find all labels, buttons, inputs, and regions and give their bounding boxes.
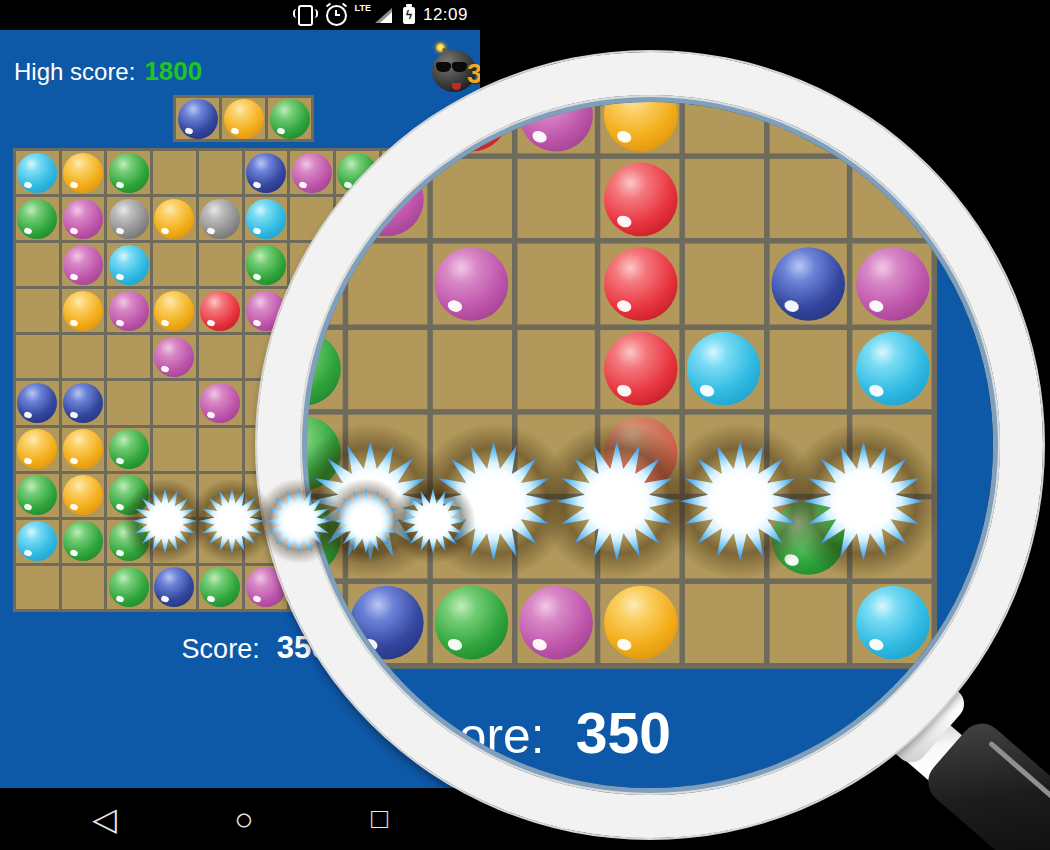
cell-r4c8 — [685, 102, 764, 154]
red-ball — [603, 247, 677, 321]
magenta-ball — [435, 247, 509, 321]
blue-ball — [178, 99, 218, 139]
gray-ball — [200, 199, 240, 239]
cell-r8c9 — [769, 414, 848, 493]
cell-r7c5[interactable] — [199, 428, 242, 471]
cyan-ball — [855, 332, 929, 406]
cell-r6c8 — [685, 244, 764, 323]
cell-r9c4[interactable] — [153, 520, 196, 563]
cell-r5c1[interactable] — [16, 335, 59, 378]
cell-r2c4[interactable] — [153, 197, 196, 240]
cell-r10c7 — [601, 584, 680, 663]
green-ball — [109, 475, 149, 515]
cell-r5c6 — [517, 160, 596, 239]
signal-triangle-icon — [375, 8, 392, 23]
cell-r2c6[interactable] — [245, 197, 288, 240]
cell-r1c9[interactable] — [382, 151, 425, 194]
back-button[interactable]: ◁ — [92, 803, 117, 835]
green-ball — [109, 567, 149, 607]
score-value: 350 — [576, 702, 671, 768]
cell-r8c10 — [853, 414, 932, 493]
cell-r5c4[interactable] — [153, 335, 196, 378]
blue-ball — [17, 383, 57, 423]
cell-r10c5 — [432, 584, 511, 663]
cell-r2c3[interactable] — [107, 197, 150, 240]
cyan-ball — [109, 245, 149, 285]
vibrate-icon — [298, 5, 313, 26]
bomb-sunglasses-icon — [436, 62, 451, 72]
magenta-ball — [292, 153, 332, 193]
cell-r7c8 — [685, 329, 764, 408]
magenta-ball — [855, 247, 929, 321]
cell-r3c7[interactable] — [290, 243, 333, 286]
cell-r3c4[interactable] — [153, 243, 196, 286]
magnifier-view: LTE ϟ 12:09 High score: 1800 3 Score: 35… — [307, 102, 993, 788]
recents-button[interactable]: □ — [371, 805, 388, 833]
cell-r8c6[interactable] — [245, 474, 288, 517]
cell-r10c5[interactable] — [199, 566, 242, 609]
cell-r8c5[interactable] — [199, 474, 242, 517]
cell-r5c10 — [853, 160, 932, 239]
cell-r9c6 — [517, 499, 596, 578]
screenshot-stage: LTE ϟ 12:09 High score: 1800 3 Score: 35… — [0, 0, 1050, 850]
cell-r3c5[interactable] — [199, 243, 242, 286]
green-ball — [109, 521, 149, 561]
green-ball — [307, 417, 340, 491]
home-button[interactable]: ○ — [234, 803, 253, 835]
green-ball — [63, 521, 103, 561]
green-ball — [17, 199, 57, 239]
cell-r7c1[interactable] — [16, 428, 59, 471]
cell-r8c2[interactable] — [62, 474, 105, 517]
yellow-ball — [63, 475, 103, 515]
red-ball — [200, 291, 240, 331]
yellow-ball — [17, 429, 57, 469]
preview-cell — [222, 98, 265, 139]
cell-r4c7[interactable] — [290, 289, 333, 332]
cell-r10c2[interactable] — [62, 566, 105, 609]
cell-r9c8 — [685, 499, 764, 578]
cell-r7c6[interactable] — [245, 428, 288, 471]
lte-label: LTE — [355, 3, 371, 13]
cell-r1c8[interactable] — [336, 151, 379, 194]
cell-r10c7[interactable] — [290, 566, 333, 609]
cell-r10c6 — [517, 584, 596, 663]
cell-r10c1[interactable] — [16, 566, 59, 609]
green-ball — [17, 475, 57, 515]
cell-r3c2[interactable] — [62, 243, 105, 286]
battery-bolt-icon: ϟ — [403, 7, 415, 24]
cell-r5c5[interactable] — [199, 335, 242, 378]
yellow-ball — [603, 102, 677, 151]
preview-cell — [268, 98, 311, 139]
cell-r7c10 — [853, 329, 932, 408]
cell-r9c6[interactable] — [245, 520, 288, 563]
cell-r10c3[interactable] — [107, 566, 150, 609]
cell-r6c1[interactable] — [16, 381, 59, 424]
cell-r3c6[interactable] — [245, 243, 288, 286]
cell-r8c7 — [601, 414, 680, 493]
green-ball — [337, 153, 377, 193]
clock-label: 12:09 — [423, 5, 468, 25]
yellow-ball — [63, 291, 103, 331]
green-ball — [246, 245, 286, 285]
cell-r4c6 — [517, 102, 596, 154]
yellow-ball — [154, 199, 194, 239]
magenta-ball — [63, 245, 103, 285]
cell-r6c2[interactable] — [62, 381, 105, 424]
green-ball — [771, 502, 845, 576]
gray-ball — [109, 199, 149, 239]
cell-r4c9 — [769, 102, 848, 154]
red-ball — [603, 162, 677, 236]
magenta-ball — [109, 291, 149, 331]
yellow-ball — [603, 587, 677, 661]
cell-r8c3[interactable] — [107, 474, 150, 517]
cell-r1c1[interactable] — [16, 151, 59, 194]
cell-r4c4[interactable] — [153, 289, 196, 332]
cyan-ball — [246, 199, 286, 239]
cell-r1c7[interactable] — [290, 151, 333, 194]
cell-r8c4[interactable] — [153, 474, 196, 517]
cell-r5c7 — [601, 160, 680, 239]
cell-r8c4 — [348, 414, 427, 493]
cell-r1c3[interactable] — [107, 151, 150, 194]
cell-r7c7 — [601, 329, 680, 408]
cell-r8c3 — [307, 414, 343, 493]
cell-r5c9 — [769, 160, 848, 239]
cell-r3c1[interactable] — [16, 243, 59, 286]
cell-r4c6[interactable] — [245, 289, 288, 332]
cell-r9c2[interactable] — [62, 520, 105, 563]
high-score-label: High score: — [14, 58, 135, 86]
cell-r9c1[interactable] — [16, 520, 59, 563]
score-value: 350 — [277, 630, 329, 666]
cell-r7c4 — [348, 329, 427, 408]
android-nav-bar: ◁ ○ □ — [0, 788, 480, 850]
cyan-ball — [17, 153, 57, 193]
bomb-count-badge: 3 — [467, 59, 480, 90]
battery-charging-icon: ϟ — [403, 7, 415, 24]
cell-r6c10 — [853, 244, 932, 323]
cell-r5c2[interactable] — [62, 335, 105, 378]
cell-r10c6[interactable] — [245, 566, 288, 609]
status-bar: LTE ϟ 12:09 — [0, 0, 480, 30]
cell-r5c5 — [432, 160, 511, 239]
bomb-powerup-button[interactable]: 3 — [430, 42, 480, 92]
green-ball — [270, 99, 310, 139]
yellow-ball — [292, 567, 332, 607]
score-label: Score: — [182, 634, 260, 665]
magenta-ball — [63, 199, 103, 239]
cell-r9c9 — [769, 499, 848, 578]
cell-r6c6[interactable] — [245, 381, 288, 424]
cell-r1c2[interactable] — [62, 151, 105, 194]
blue-ball — [63, 383, 103, 423]
cell-r8c5 — [432, 414, 511, 493]
magnifier-handle-bump — [923, 655, 959, 691]
cell-r6c4[interactable] — [153, 381, 196, 424]
cell-r9c10 — [853, 499, 932, 578]
cell-r5c3[interactable] — [107, 335, 150, 378]
cell-r5c6[interactable] — [245, 335, 288, 378]
cell-r4c10 — [853, 102, 932, 154]
next-balls-preview — [173, 95, 314, 142]
cell-r1c4[interactable] — [153, 151, 196, 194]
cell-r1c5[interactable] — [199, 151, 242, 194]
cell-r4c1[interactable] — [16, 289, 59, 332]
cell-r1c6[interactable] — [245, 151, 288, 194]
cell-r9c5[interactable] — [199, 520, 242, 563]
cell-r10c10 — [853, 584, 932, 663]
yellow-ball — [224, 99, 264, 139]
high-score: High score: 1800 — [14, 56, 202, 87]
yellow-ball — [63, 153, 103, 193]
green-ball — [200, 567, 240, 607]
magenta-ball — [246, 567, 286, 607]
cell-r9c5 — [432, 499, 511, 578]
cell-r6c3[interactable] — [107, 381, 150, 424]
cell-r2c8[interactable] — [336, 197, 379, 240]
blue-ball — [246, 153, 286, 193]
green-ball — [109, 153, 149, 193]
cell-r6c9 — [769, 244, 848, 323]
cell-r4c5[interactable] — [199, 289, 242, 332]
cell-r6c6 — [517, 244, 596, 323]
cell-r7c3[interactable] — [107, 428, 150, 471]
cell-r6c5[interactable] — [199, 381, 242, 424]
high-score-value: 1800 — [144, 56, 202, 87]
cell-r10c9 — [769, 584, 848, 663]
cell-r8c6 — [517, 414, 596, 493]
green-ball — [435, 587, 509, 661]
magenta-ball — [519, 102, 593, 151]
green-ball — [109, 429, 149, 469]
cell-r4c3[interactable] — [107, 289, 150, 332]
magenta-ball — [519, 587, 593, 661]
yellow-ball — [63, 429, 103, 469]
cell-r10c4[interactable] — [153, 566, 196, 609]
preview-cell — [176, 98, 219, 139]
cell-r5c8 — [685, 160, 764, 239]
cell-r2c1[interactable] — [16, 197, 59, 240]
cell-r6c7 — [601, 244, 680, 323]
cell-r8c1[interactable] — [16, 474, 59, 517]
yellow-ball — [154, 291, 194, 331]
cell-r2c7[interactable] — [290, 197, 333, 240]
cyan-ball — [855, 587, 929, 661]
cell-r9c3[interactable] — [107, 520, 150, 563]
cell-r10c8 — [685, 584, 764, 663]
magenta-ball — [246, 291, 286, 331]
cell-r8c8 — [685, 414, 764, 493]
fading-red-ball — [603, 417, 677, 491]
cell-r3c3[interactable] — [107, 243, 150, 286]
cell-r7c6 — [517, 329, 596, 408]
cell-r7c9 — [769, 329, 848, 408]
cyan-ball — [17, 521, 57, 561]
red-ball — [603, 332, 677, 406]
blue-ball — [154, 567, 194, 607]
blue-ball — [771, 247, 845, 321]
cell-r2c2[interactable] — [62, 197, 105, 240]
cell-r4c2[interactable] — [62, 289, 105, 332]
cell-r9c7 — [601, 499, 680, 578]
alarm-clock-icon — [326, 5, 347, 26]
magenta-ball — [154, 337, 194, 377]
cell-r7c5 — [432, 329, 511, 408]
cell-r6c5 — [432, 244, 511, 323]
cyan-ball — [687, 332, 761, 406]
cell-r4c7 — [601, 102, 680, 154]
magenta-ball — [200, 383, 240, 423]
cell-r7c2[interactable] — [62, 428, 105, 471]
cell-r7c4[interactable] — [153, 428, 196, 471]
cell-r2c5[interactable] — [199, 197, 242, 240]
yellow-ball — [292, 291, 332, 331]
cell-r9c4 — [348, 499, 427, 578]
